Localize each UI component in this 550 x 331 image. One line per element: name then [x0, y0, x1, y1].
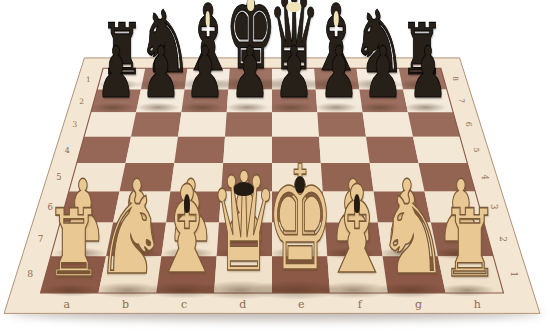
piece-finial	[334, 11, 339, 26]
piece-white-rook-h1[interactable]: ♜	[428, 197, 512, 291]
piece-finial	[354, 194, 360, 213]
pawn-glyph: ♟	[408, 37, 447, 108]
chess-set-photo: abcdefgh8172635445362718 ♜♞♝♚♛♝♞♜♟♟♟♟♟♟♟…	[0, 0, 550, 331]
rook-glyph: ♜	[441, 197, 498, 291]
piece-black-pawn-h7[interactable]: ♟	[396, 37, 460, 108]
pieces-layer: ♜♞♝♚♛♝♞♜♟♟♟♟♟♟♟♟♟♟♟♟♟♟♟♟♜♞♝♛♚♝♞♜	[0, 0, 550, 331]
